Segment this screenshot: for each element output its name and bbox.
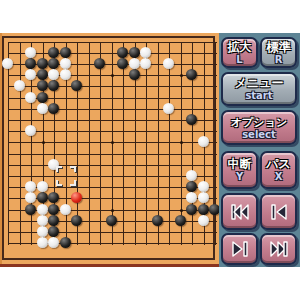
grid-line-h <box>9 53 217 54</box>
screenshot: 拡大 L 標準 R メニュー start オプション select 中断 Y パ… <box>0 0 300 300</box>
grid-line-v <box>8 42 9 245</box>
grid-line-h <box>9 165 217 166</box>
menu-button[interactable]: メニュー start <box>221 72 297 106</box>
step-forward-icon <box>228 237 252 261</box>
stone-black <box>117 47 128 58</box>
stone-white <box>25 47 36 58</box>
stone-white <box>60 204 71 215</box>
skip-back-icon <box>228 200 252 224</box>
stone-white <box>37 215 48 226</box>
stone-white <box>163 103 174 114</box>
stone-black <box>198 204 209 215</box>
grid-line-v <box>20 42 21 245</box>
pass-button[interactable]: パス X <box>260 151 297 189</box>
stone-white <box>198 181 209 192</box>
skip-forward-icon <box>267 237 291 261</box>
stone-black <box>186 204 197 215</box>
stone-white <box>2 58 13 69</box>
stone-black <box>48 215 59 226</box>
hoshi-point <box>180 141 183 144</box>
stone-black <box>37 80 48 91</box>
hoshi-point <box>111 74 114 77</box>
grid-line-v <box>100 42 101 245</box>
stone-white <box>198 215 209 226</box>
grid-line-v <box>123 42 124 245</box>
menu-label: メニュー <box>235 77 284 90</box>
go-board[interactable] <box>0 33 219 267</box>
stone-black <box>25 58 36 69</box>
stone-white <box>37 226 48 237</box>
interrupt-button[interactable]: 中断 Y <box>221 151 258 189</box>
stone-white <box>129 58 140 69</box>
stone-black <box>106 215 117 226</box>
zoom-normal-label: 標準 <box>267 41 291 54</box>
hoshi-point <box>42 141 45 144</box>
step-forward-button[interactable] <box>221 233 258 265</box>
stone-black <box>117 58 128 69</box>
grid-line-v <box>89 42 90 245</box>
sidebar: 拡大 L 標準 R メニュー start オプション select 中断 Y パ… <box>219 33 300 267</box>
options-button[interactable]: オプション select <box>221 110 297 145</box>
hoshi-point <box>111 209 114 212</box>
board-cursor[interactable] <box>56 166 76 186</box>
zoom-in-key: L <box>236 55 242 65</box>
stone-white <box>25 92 36 103</box>
stone-black <box>152 215 163 226</box>
options-key: select <box>242 130 276 140</box>
stone-black <box>37 58 48 69</box>
grid-line-v <box>146 42 147 245</box>
options-label: オプション <box>231 116 287 129</box>
stone-black <box>37 69 48 80</box>
game-screen: 拡大 L 標準 R メニュー start オプション select 中断 Y パ… <box>0 33 300 267</box>
interrupt-label: 中断 <box>228 158 252 171</box>
stone-white <box>60 58 71 69</box>
stone-black <box>60 47 71 58</box>
stone-white <box>37 103 48 114</box>
stone-black <box>37 192 48 203</box>
stone-black <box>48 58 59 69</box>
menu-key: start <box>245 91 272 101</box>
stone-white <box>186 170 197 181</box>
interrupt-key: Y <box>236 172 243 182</box>
stone-white <box>60 69 71 80</box>
hoshi-point <box>180 74 183 77</box>
stone-black <box>129 69 140 80</box>
stone-white <box>140 47 151 58</box>
stone-white <box>140 58 151 69</box>
zoom-normal-button[interactable]: 標準 R <box>260 37 297 68</box>
stone-black <box>48 226 59 237</box>
stone-black <box>48 204 59 215</box>
stone-white <box>37 181 48 192</box>
zoom-in-label: 拡大 <box>228 41 252 54</box>
grid-line-h <box>9 154 217 155</box>
hoshi-point <box>111 141 114 144</box>
pass-key: X <box>275 172 283 182</box>
stone-black <box>48 103 59 114</box>
stone-black <box>71 215 82 226</box>
stone-black <box>129 47 140 58</box>
stone-white <box>37 204 48 215</box>
stone-black <box>186 114 197 125</box>
stone-white <box>37 237 48 248</box>
step-back-button[interactable] <box>260 193 297 230</box>
stone-black <box>94 58 105 69</box>
skip-forward-button[interactable] <box>260 233 297 265</box>
stone-white <box>198 136 209 147</box>
zoom-in-button[interactable]: 拡大 L <box>221 37 258 68</box>
stone-white <box>163 58 174 69</box>
stone-black <box>37 92 48 103</box>
skip-back-button[interactable] <box>221 193 258 230</box>
step-back-icon <box>267 200 291 224</box>
stone-white <box>14 80 25 91</box>
stone-black <box>60 237 71 248</box>
pass-label: パス <box>266 158 291 171</box>
grid-line-h <box>9 42 217 43</box>
grid-line-v <box>169 42 170 245</box>
hoshi-point <box>180 209 183 212</box>
stone-black <box>175 215 186 226</box>
stone-black <box>48 47 59 58</box>
stone-white <box>198 192 209 203</box>
grid-line-h <box>9 131 217 132</box>
zoom-normal-key: R <box>275 55 283 65</box>
stone-black <box>25 204 36 215</box>
